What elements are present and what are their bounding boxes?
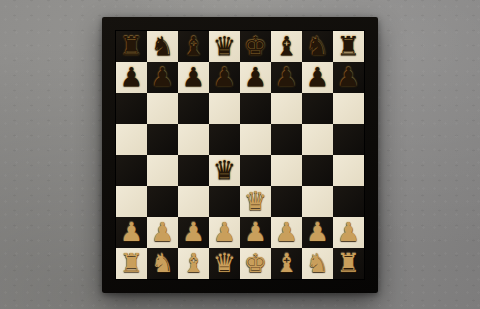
square-f2: ♟ — [271, 217, 302, 248]
white-knight: ♞ — [151, 248, 174, 279]
black-king: ♚ — [244, 31, 267, 62]
square-b3 — [147, 186, 178, 217]
square-d7: ♟ — [209, 62, 240, 93]
black-pawn: ♟ — [337, 62, 360, 93]
square-f7: ♟ — [271, 62, 302, 93]
square-g5 — [302, 124, 333, 155]
white-pawn: ♟ — [275, 217, 298, 248]
black-pawn: ♟ — [244, 62, 267, 93]
square-h8: ♜ — [333, 31, 364, 62]
square-a7: ♟ — [116, 62, 147, 93]
square-h7: ♟ — [333, 62, 364, 93]
square-a2: ♟ — [116, 217, 147, 248]
black-bishop: ♝ — [182, 31, 205, 62]
square-c6 — [178, 93, 209, 124]
square-f1: ♝ — [271, 248, 302, 279]
black-pawn: ♟ — [306, 62, 329, 93]
square-a8: ♜ — [116, 31, 147, 62]
chess-board: ♜♞♝♛♚♝♞♜♟♟♟♟♟♟♟♟♛♛♟♟♟♟♟♟♟♟♜♞♝♛♚♝♞♜ — [102, 17, 378, 293]
white-pawn: ♟ — [151, 217, 174, 248]
square-h4 — [333, 155, 364, 186]
white-pawn: ♟ — [182, 217, 205, 248]
white-pawn: ♟ — [120, 217, 143, 248]
board-grid: ♜♞♝♛♚♝♞♜♟♟♟♟♟♟♟♟♛♛♟♟♟♟♟♟♟♟♜♞♝♛♚♝♞♜ — [115, 30, 365, 280]
white-queen: ♛ — [244, 186, 267, 217]
square-c8: ♝ — [178, 31, 209, 62]
black-queen: ♛ — [213, 155, 236, 186]
square-b2: ♟ — [147, 217, 178, 248]
square-c1: ♝ — [178, 248, 209, 279]
square-g7: ♟ — [302, 62, 333, 93]
square-b6 — [147, 93, 178, 124]
white-queen: ♛ — [213, 248, 236, 279]
white-pawn: ♟ — [306, 217, 329, 248]
square-a5 — [116, 124, 147, 155]
black-pawn: ♟ — [120, 62, 143, 93]
square-e3: ♛ — [240, 186, 271, 217]
square-a3 — [116, 186, 147, 217]
square-c2: ♟ — [178, 217, 209, 248]
square-b5 — [147, 124, 178, 155]
white-pawn: ♟ — [244, 217, 267, 248]
white-pawn: ♟ — [337, 217, 360, 248]
square-c5 — [178, 124, 209, 155]
square-g1: ♞ — [302, 248, 333, 279]
square-e6 — [240, 93, 271, 124]
white-rook: ♜ — [120, 248, 143, 279]
square-e5 — [240, 124, 271, 155]
white-bishop: ♝ — [275, 248, 298, 279]
white-king: ♚ — [244, 248, 267, 279]
square-a4 — [116, 155, 147, 186]
square-c4 — [178, 155, 209, 186]
square-d6 — [209, 93, 240, 124]
square-f4 — [271, 155, 302, 186]
black-rook: ♜ — [337, 31, 360, 62]
square-d5 — [209, 124, 240, 155]
square-e8: ♚ — [240, 31, 271, 62]
square-h1: ♜ — [333, 248, 364, 279]
square-g6 — [302, 93, 333, 124]
square-b1: ♞ — [147, 248, 178, 279]
square-f5 — [271, 124, 302, 155]
square-d3 — [209, 186, 240, 217]
white-bishop: ♝ — [182, 248, 205, 279]
square-c3 — [178, 186, 209, 217]
square-d1: ♛ — [209, 248, 240, 279]
square-a1: ♜ — [116, 248, 147, 279]
black-pawn: ♟ — [182, 62, 205, 93]
square-f8: ♝ — [271, 31, 302, 62]
square-d8: ♛ — [209, 31, 240, 62]
black-queen: ♛ — [213, 31, 236, 62]
square-f6 — [271, 93, 302, 124]
black-pawn: ♟ — [275, 62, 298, 93]
square-h3 — [333, 186, 364, 217]
square-b7: ♟ — [147, 62, 178, 93]
square-c7: ♟ — [178, 62, 209, 93]
white-rook: ♜ — [337, 248, 360, 279]
square-e4 — [240, 155, 271, 186]
square-e7: ♟ — [240, 62, 271, 93]
square-d4: ♛ — [209, 155, 240, 186]
square-g4 — [302, 155, 333, 186]
square-b8: ♞ — [147, 31, 178, 62]
square-g2: ♟ — [302, 217, 333, 248]
black-pawn: ♟ — [151, 62, 174, 93]
black-rook: ♜ — [120, 31, 143, 62]
black-bishop: ♝ — [275, 31, 298, 62]
square-e2: ♟ — [240, 217, 271, 248]
black-knight: ♞ — [151, 31, 174, 62]
white-knight: ♞ — [306, 248, 329, 279]
square-h6 — [333, 93, 364, 124]
square-a6 — [116, 93, 147, 124]
white-pawn: ♟ — [213, 217, 236, 248]
square-h5 — [333, 124, 364, 155]
black-knight: ♞ — [306, 31, 329, 62]
square-b4 — [147, 155, 178, 186]
square-f3 — [271, 186, 302, 217]
table-surface: ♜♞♝♛♚♝♞♜♟♟♟♟♟♟♟♟♛♛♟♟♟♟♟♟♟♟♜♞♝♛♚♝♞♜ — [0, 0, 480, 309]
square-g3 — [302, 186, 333, 217]
square-e1: ♚ — [240, 248, 271, 279]
black-pawn: ♟ — [213, 62, 236, 93]
square-g8: ♞ — [302, 31, 333, 62]
square-d2: ♟ — [209, 217, 240, 248]
square-h2: ♟ — [333, 217, 364, 248]
